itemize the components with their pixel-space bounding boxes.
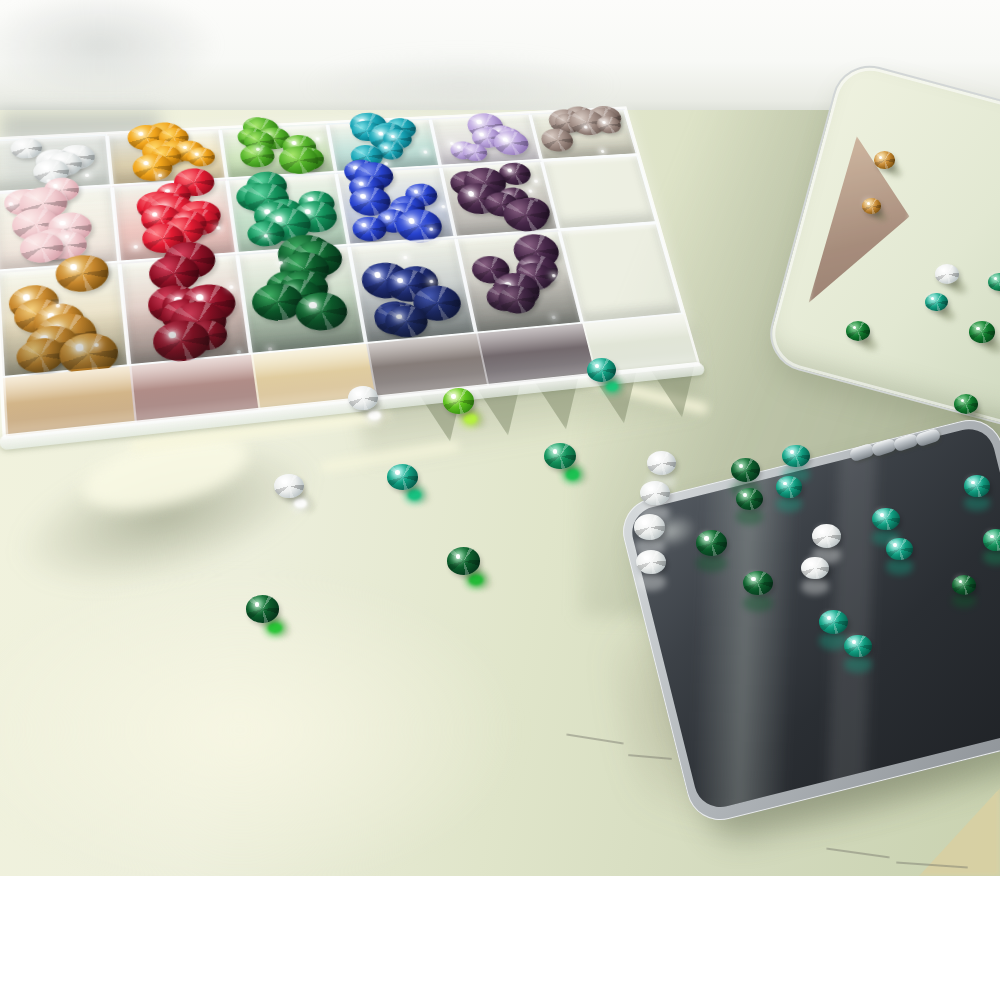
- table-scuff-mark: [896, 861, 968, 868]
- photo-of-crystal-beads: [0, 0, 1000, 876]
- table-scuff-mark: [628, 754, 672, 760]
- white-margin: [0, 876, 1000, 1000]
- table-scuff-mark: [826, 848, 890, 859]
- table-scuff-mark: [566, 733, 624, 744]
- table-scuff-marks: [0, 0, 1000, 876]
